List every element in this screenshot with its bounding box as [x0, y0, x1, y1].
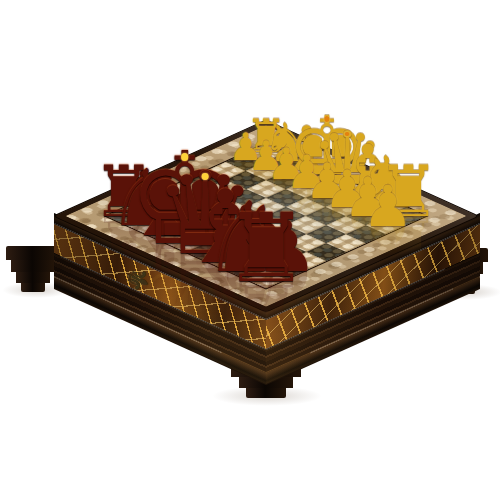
product-photo: ⚜ ♜♜♞♞♝♝♚♚♛♛♝♝♞♞♜♜♟♟♟♟♟♟♟♟♟♟♟♟♟♟♟♟♟♟♟♟♟♟… [0, 0, 500, 500]
black-rook-glyph: ♜ [223, 201, 308, 296]
white-pawn-glyph: ♟ [363, 178, 414, 235]
carved-foot-left [6, 246, 60, 292]
